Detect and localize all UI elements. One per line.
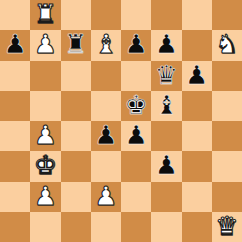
square-h4[interactable] [212,121,242,151]
square-c2[interactable] [61,182,91,212]
square-c5[interactable] [61,91,91,121]
square-b1[interactable] [30,212,60,242]
square-g3[interactable] [182,151,212,181]
white-bishop[interactable]: ♝ [94,31,117,57]
white-pawn[interactable]: ♟ [34,122,57,148]
square-f2[interactable] [151,182,181,212]
square-d6[interactable] [91,61,121,91]
square-d1[interactable] [91,212,121,242]
square-d4[interactable]: ♟ [91,121,121,151]
square-h5[interactable] [212,91,242,121]
square-a8[interactable] [0,0,30,30]
white-pawn[interactable]: ♟ [34,183,57,209]
square-h3[interactable] [212,151,242,181]
square-h1[interactable]: ♛ [212,212,242,242]
square-c6[interactable] [61,61,91,91]
black-pawn[interactable]: ♟ [3,31,26,57]
square-e8[interactable] [121,0,151,30]
square-f6[interactable]: ♛ [151,61,181,91]
square-g5[interactable] [182,91,212,121]
square-h7[interactable]: ♞ [212,30,242,60]
square-e6[interactable] [121,61,151,91]
square-b8[interactable]: ♜ [30,0,60,30]
square-a1[interactable] [0,212,30,242]
square-h6[interactable] [212,61,242,91]
square-e7[interactable]: ♟ [121,30,151,60]
chess-board: ♜♟♟♜♝♟♟♞♛♟♚♝♟♟♟♚♟♟♟♛ [0,0,242,242]
square-a2[interactable] [0,182,30,212]
square-h2[interactable] [212,182,242,212]
square-d5[interactable] [91,91,121,121]
square-d8[interactable] [91,0,121,30]
white-rook[interactable]: ♜ [34,1,57,27]
square-e4[interactable]: ♟ [121,121,151,151]
square-b6[interactable] [30,61,60,91]
square-g6[interactable]: ♟ [182,61,212,91]
square-a6[interactable] [0,61,30,91]
square-b5[interactable] [30,91,60,121]
square-f7[interactable]: ♟ [151,30,181,60]
square-e1[interactable] [121,212,151,242]
square-e3[interactable] [121,151,151,181]
black-pawn[interactable]: ♟ [155,152,178,178]
square-g2[interactable] [182,182,212,212]
black-rook[interactable]: ♜ [64,31,87,57]
square-c7[interactable]: ♜ [61,30,91,60]
square-c1[interactable] [61,212,91,242]
square-b2[interactable]: ♟ [30,182,60,212]
square-g7[interactable] [182,30,212,60]
white-queen[interactable]: ♛ [215,213,238,239]
square-g4[interactable] [182,121,212,151]
square-c4[interactable] [61,121,91,151]
square-f5[interactable]: ♝ [151,91,181,121]
square-f8[interactable] [151,0,181,30]
white-king[interactable]: ♚ [34,152,57,178]
square-e2[interactable] [121,182,151,212]
white-pawn[interactable]: ♟ [34,31,57,57]
square-b4[interactable]: ♟ [30,121,60,151]
square-f1[interactable] [151,212,181,242]
square-c3[interactable] [61,151,91,181]
black-king[interactable]: ♚ [124,92,147,118]
square-b7[interactable]: ♟ [30,30,60,60]
black-pawn[interactable]: ♟ [94,122,117,148]
square-d2[interactable]: ♟ [91,182,121,212]
square-h8[interactable] [212,0,242,30]
square-b3[interactable]: ♚ [30,151,60,181]
square-d3[interactable] [91,151,121,181]
black-pawn[interactable]: ♟ [155,31,178,57]
square-a7[interactable]: ♟ [0,30,30,60]
square-a5[interactable] [0,91,30,121]
black-pawn[interactable]: ♟ [124,31,147,57]
black-pawn[interactable]: ♟ [185,62,208,88]
white-knight[interactable]: ♞ [215,31,238,57]
square-a3[interactable] [0,151,30,181]
square-g8[interactable] [182,0,212,30]
square-e5[interactable]: ♚ [121,91,151,121]
black-pawn[interactable]: ♟ [124,122,147,148]
square-g1[interactable] [182,212,212,242]
square-f3[interactable]: ♟ [151,151,181,181]
white-pawn[interactable]: ♟ [94,183,117,209]
black-queen[interactable]: ♛ [155,62,178,88]
square-c8[interactable] [61,0,91,30]
square-d7[interactable]: ♝ [91,30,121,60]
square-f4[interactable] [151,121,181,151]
square-a4[interactable] [0,121,30,151]
black-bishop[interactable]: ♝ [155,92,178,118]
